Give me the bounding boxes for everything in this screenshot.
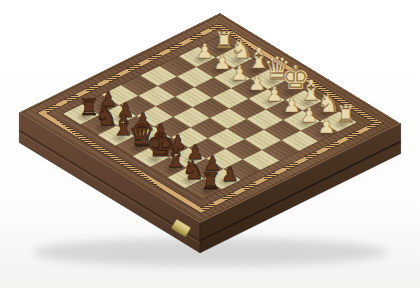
black-rook-glyph: ♜ [198,170,224,193]
product-photo-stage: ♜♞♝♛♚♝♞♜♟♟♟♟♟♟♟♟♟♟♟♟♟♟♟♟♜♞♝♛♚♝♞♜ [0,0,420,288]
white-pawn-glyph: ♟ [314,116,340,136]
